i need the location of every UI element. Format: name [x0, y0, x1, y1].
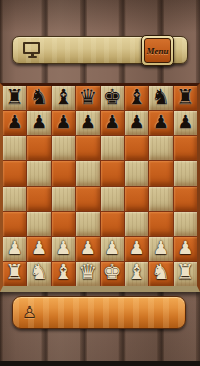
black-pawn: ♟ — [177, 113, 193, 131]
turn-indicator-bar: ♙ — [12, 296, 186, 329]
square-c6[interactable] — [52, 136, 75, 160]
bottom-navigation-strip — [0, 361, 200, 366]
square-a6[interactable] — [3, 136, 26, 160]
white-pawn: ♟ — [104, 239, 120, 257]
square-d3[interactable] — [76, 212, 99, 236]
white-knight: ♞ — [152, 262, 171, 283]
black-pawn: ♟ — [153, 113, 169, 131]
square-b5[interactable] — [27, 161, 50, 185]
white-knight: ♞ — [30, 262, 49, 283]
square-f5[interactable] — [125, 161, 148, 185]
black-pawn: ♟ — [104, 113, 120, 131]
white-pawn: ♟ — [7, 239, 23, 257]
square-d1[interactable]: ♛ — [76, 262, 99, 286]
board-grid: ♜♞♝♛♚♝♞♜♟♟♟♟♟♟♟♟♟♟♟♟♟♟♟♟♜♞♝♛♚♝♞♜ — [3, 86, 197, 286]
square-f2[interactable]: ♟ — [125, 237, 148, 261]
square-c8[interactable]: ♝ — [52, 86, 75, 110]
square-e8[interactable]: ♚ — [101, 86, 124, 110]
square-c7[interactable]: ♟ — [52, 111, 75, 135]
black-pawn: ♟ — [80, 113, 96, 131]
black-pawn: ♟ — [7, 113, 23, 131]
square-d2[interactable]: ♟ — [76, 237, 99, 261]
square-b4[interactable] — [27, 187, 50, 211]
square-f6[interactable] — [125, 136, 148, 160]
square-e7[interactable]: ♟ — [101, 111, 124, 135]
monitor-screen — [23, 42, 40, 54]
square-d7[interactable]: ♟ — [76, 111, 99, 135]
square-b1[interactable]: ♞ — [27, 262, 50, 286]
white-pawn: ♟ — [153, 239, 169, 257]
square-c5[interactable] — [52, 161, 75, 185]
square-g8[interactable]: ♞ — [149, 86, 172, 110]
white-pawn: ♟ — [128, 239, 144, 257]
square-e3[interactable] — [101, 212, 124, 236]
black-pawn: ♟ — [128, 113, 144, 131]
square-a2[interactable]: ♟ — [3, 237, 26, 261]
square-e6[interactable] — [101, 136, 124, 160]
square-c2[interactable]: ♟ — [52, 237, 75, 261]
square-a7[interactable]: ♟ — [3, 111, 26, 135]
square-b7[interactable]: ♟ — [27, 111, 50, 135]
square-h4[interactable] — [174, 187, 197, 211]
chess-board: ♜♞♝♛♚♝♞♜♟♟♟♟♟♟♟♟♟♟♟♟♟♟♟♟♜♞♝♛♚♝♞♜ — [0, 83, 200, 292]
square-e1[interactable]: ♚ — [101, 262, 124, 286]
black-pawn: ♟ — [31, 113, 47, 131]
white-bishop: ♝ — [127, 262, 146, 283]
black-knight: ♞ — [30, 87, 49, 108]
square-c1[interactable]: ♝ — [52, 262, 75, 286]
square-f1[interactable]: ♝ — [125, 262, 148, 286]
white-pawn: ♟ — [55, 239, 71, 257]
black-bishop: ♝ — [127, 87, 146, 108]
black-knight: ♞ — [152, 87, 171, 108]
square-b6[interactable] — [27, 136, 50, 160]
white-pawn: ♟ — [80, 239, 96, 257]
square-f7[interactable]: ♟ — [125, 111, 148, 135]
square-h8[interactable]: ♜ — [174, 86, 197, 110]
white-pawn-turn-icon: ♙ — [22, 304, 37, 321]
square-e4[interactable] — [101, 187, 124, 211]
white-king: ♚ — [103, 262, 122, 283]
square-g5[interactable] — [149, 161, 172, 185]
square-h2[interactable]: ♟ — [174, 237, 197, 261]
square-h6[interactable] — [174, 136, 197, 160]
black-rook: ♜ — [176, 87, 195, 108]
menu-button-label: Menu — [144, 38, 171, 63]
square-d8[interactable]: ♛ — [76, 86, 99, 110]
square-d5[interactable] — [76, 161, 99, 185]
square-h3[interactable] — [174, 212, 197, 236]
top-bar: Menu — [12, 36, 188, 64]
square-g1[interactable]: ♞ — [149, 262, 172, 286]
square-b2[interactable]: ♟ — [27, 237, 50, 261]
square-e5[interactable] — [101, 161, 124, 185]
white-rook: ♜ — [176, 262, 195, 283]
white-pawn: ♟ — [177, 239, 193, 257]
square-d4[interactable] — [76, 187, 99, 211]
black-bishop: ♝ — [54, 87, 73, 108]
square-c3[interactable] — [52, 212, 75, 236]
square-h1[interactable]: ♜ — [174, 262, 197, 286]
square-a1[interactable]: ♜ — [3, 262, 26, 286]
square-d6[interactable] — [76, 136, 99, 160]
square-a4[interactable] — [3, 187, 26, 211]
square-f4[interactable] — [125, 187, 148, 211]
square-g4[interactable] — [149, 187, 172, 211]
white-bishop: ♝ — [54, 262, 73, 283]
square-g3[interactable] — [149, 212, 172, 236]
monitor-base — [28, 56, 37, 58]
square-g6[interactable] — [149, 136, 172, 160]
square-g2[interactable]: ♟ — [149, 237, 172, 261]
white-queen: ♛ — [78, 262, 97, 283]
white-rook: ♜ — [5, 262, 24, 283]
square-f3[interactable] — [125, 212, 148, 236]
white-pawn: ♟ — [31, 239, 47, 257]
square-e2[interactable]: ♟ — [101, 237, 124, 261]
square-f8[interactable]: ♝ — [125, 86, 148, 110]
computer-opponent-icon — [23, 42, 42, 58]
square-g7[interactable]: ♟ — [149, 111, 172, 135]
square-h7[interactable]: ♟ — [174, 111, 197, 135]
black-pawn: ♟ — [55, 113, 71, 131]
square-b8[interactable]: ♞ — [27, 86, 50, 110]
square-a5[interactable] — [3, 161, 26, 185]
chess-app-screen: Menu ♜♞♝♛♚♝♞♜♟♟♟♟♟♟♟♟♟♟♟♟♟♟♟♟♜♞♝♛♚♝♞♜ ♙ — [0, 0, 200, 366]
black-king: ♚ — [103, 87, 122, 108]
black-queen: ♛ — [78, 87, 97, 108]
square-a8[interactable]: ♜ — [3, 86, 26, 110]
square-c4[interactable] — [52, 187, 75, 211]
black-rook: ♜ — [5, 87, 24, 108]
square-a3[interactable] — [3, 212, 26, 236]
menu-button[interactable]: Menu — [141, 35, 174, 66]
square-b3[interactable] — [27, 212, 50, 236]
square-h5[interactable] — [174, 161, 197, 185]
